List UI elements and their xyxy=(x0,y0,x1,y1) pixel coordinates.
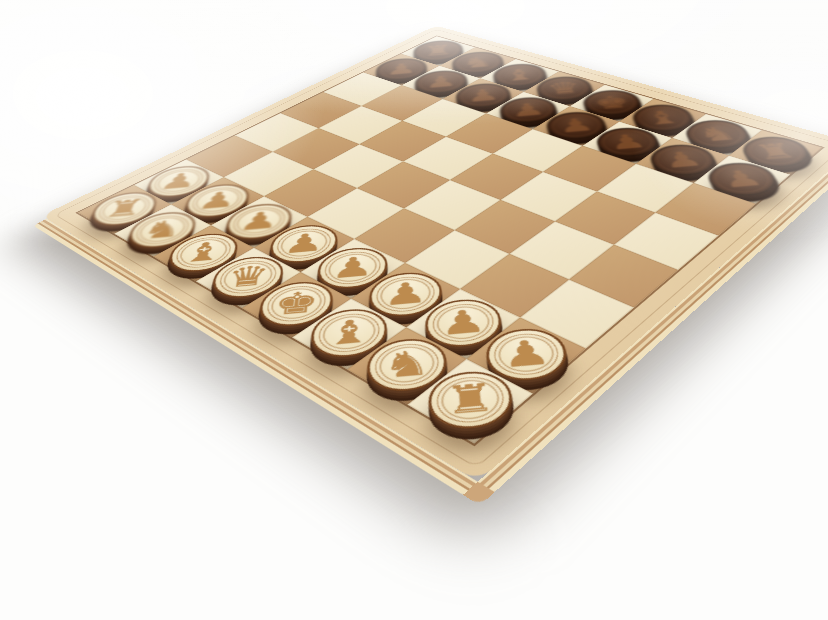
pawn-icon: ♟ xyxy=(281,224,326,264)
pawn-icon: ♟ xyxy=(465,83,502,109)
knight-icon: ♞ xyxy=(692,119,744,150)
knight-icon: ♞ xyxy=(461,51,495,74)
king-icon: ♚ xyxy=(271,280,320,327)
knight-icon: ♞ xyxy=(382,337,432,392)
pawn-icon: ♟ xyxy=(604,127,651,158)
pawn-icon: ♟ xyxy=(555,111,598,140)
bishop-icon: ♝ xyxy=(501,63,538,88)
pawn-icon: ♟ xyxy=(383,271,428,318)
rook-icon: ♜ xyxy=(423,40,455,62)
pawn-icon: ♟ xyxy=(330,247,374,290)
queen-icon: ♛ xyxy=(545,76,585,102)
pawn-icon: ♟ xyxy=(714,162,771,197)
chess-board: ♜♞♝♛♚♝♞♜♟♟♟♟♟♟♟♟♟♟♟♟♟♟♟♟♜♞♝♛♚♝♞♜ xyxy=(41,26,828,482)
pawn-icon: ♟ xyxy=(424,70,458,95)
king-icon: ♚ xyxy=(590,89,633,116)
bishop-icon: ♝ xyxy=(324,308,373,359)
pawn-icon: ♟ xyxy=(439,298,489,348)
bishop-icon: ♝ xyxy=(639,104,686,133)
pawn-icon: ♟ xyxy=(499,327,556,382)
pawn-icon: ♟ xyxy=(386,57,417,81)
scene: ♜♞♝♛♚♝♞♜♟♟♟♟♟♟♟♟♟♟♟♟♟♟♟♟♜♞♝♛♚♝♞♜ xyxy=(0,0,828,620)
board-grid: ♜♞♝♛♚♝♞♜♟♟♟♟♟♟♟♟♟♟♟♟♟♟♟♟♜♞♝♛♚♝♞♜ xyxy=(75,35,824,446)
rook-icon: ♜ xyxy=(443,370,499,430)
pawn-icon: ♟ xyxy=(657,143,709,176)
pawn-icon: ♟ xyxy=(509,96,549,124)
